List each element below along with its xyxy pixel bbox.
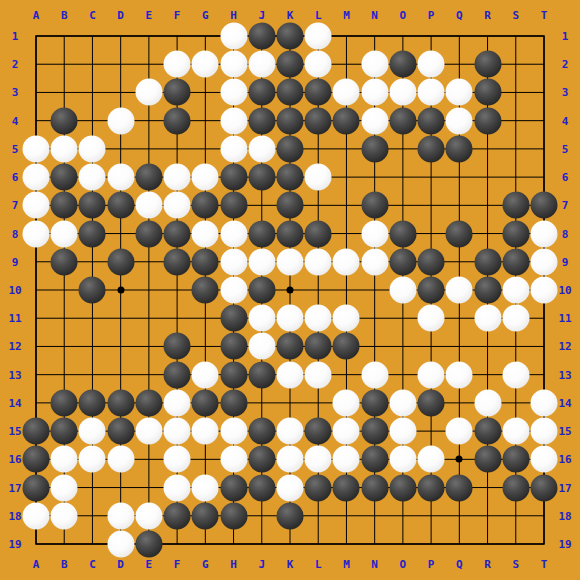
white-stone (277, 305, 304, 332)
row-label-right: 19 (558, 538, 571, 551)
row-label-right: 18 (558, 509, 571, 522)
black-stone (220, 305, 247, 332)
black-stone (164, 361, 191, 388)
white-stone (333, 389, 360, 416)
black-stone (192, 502, 219, 529)
white-stone (220, 277, 247, 304)
black-stone (389, 107, 416, 134)
black-stone (107, 192, 134, 219)
white-stone (531, 248, 558, 275)
black-stone (531, 192, 558, 219)
black-stone (389, 220, 416, 247)
white-stone (277, 474, 304, 501)
column-label-top: J (258, 9, 265, 22)
white-stone (333, 305, 360, 332)
white-stone (446, 418, 473, 445)
black-stone (51, 248, 78, 275)
black-stone (51, 192, 78, 219)
black-stone (474, 107, 501, 134)
black-stone (474, 446, 501, 473)
black-stone (418, 248, 445, 275)
white-stone (418, 51, 445, 78)
white-stone (418, 446, 445, 473)
black-stone (164, 220, 191, 247)
white-stone (51, 220, 78, 247)
white-stone (192, 361, 219, 388)
black-stone (389, 474, 416, 501)
white-stone (389, 389, 416, 416)
black-stone (220, 361, 247, 388)
black-stone (220, 502, 247, 529)
white-stone (277, 248, 304, 275)
black-stone (305, 418, 332, 445)
black-stone (333, 333, 360, 360)
black-stone (502, 192, 529, 219)
white-stone (164, 164, 191, 191)
row-label-left: 15 (8, 425, 21, 438)
black-stone (418, 135, 445, 162)
white-stone (389, 79, 416, 106)
column-label-bottom: K (287, 558, 294, 571)
white-stone (79, 418, 106, 445)
white-stone (220, 79, 247, 106)
white-stone (502, 277, 529, 304)
black-stone (474, 51, 501, 78)
black-stone (361, 446, 388, 473)
star-point (287, 287, 294, 294)
row-label-left: 4 (12, 114, 19, 127)
column-label-top: D (117, 9, 124, 22)
white-stone (418, 79, 445, 106)
row-label-left: 17 (8, 481, 21, 494)
black-stone (248, 79, 275, 106)
row-label-left: 18 (8, 509, 21, 522)
black-stone (79, 277, 106, 304)
row-label-left: 6 (12, 171, 19, 184)
black-stone (305, 474, 332, 501)
column-label-top: E (146, 9, 153, 22)
black-stone (192, 277, 219, 304)
black-stone (277, 220, 304, 247)
white-stone (531, 277, 558, 304)
column-label-top: A (33, 9, 40, 22)
row-label-right: 12 (558, 340, 571, 353)
white-stone (446, 361, 473, 388)
row-label-right: 11 (558, 312, 571, 325)
white-stone (164, 446, 191, 473)
black-stone (361, 192, 388, 219)
column-label-bottom: G (202, 558, 209, 571)
black-stone (107, 389, 134, 416)
white-stone (248, 305, 275, 332)
white-stone (51, 446, 78, 473)
black-stone (277, 51, 304, 78)
row-label-right: 15 (558, 425, 571, 438)
row-label-right: 13 (558, 368, 571, 381)
black-stone (305, 107, 332, 134)
white-stone (79, 446, 106, 473)
black-stone (164, 333, 191, 360)
white-stone (305, 305, 332, 332)
column-label-top: O (400, 9, 407, 22)
white-stone (305, 51, 332, 78)
white-stone (220, 23, 247, 50)
row-label-right: 8 (562, 227, 569, 240)
column-label-bottom: B (61, 558, 68, 571)
column-label-bottom: D (117, 558, 124, 571)
white-stone (192, 51, 219, 78)
white-stone (502, 361, 529, 388)
white-stone (23, 135, 50, 162)
white-stone (361, 248, 388, 275)
white-stone (51, 135, 78, 162)
black-stone (333, 474, 360, 501)
column-label-bottom: S (512, 558, 519, 571)
row-label-right: 10 (558, 284, 571, 297)
white-stone (446, 277, 473, 304)
white-stone (107, 164, 134, 191)
white-stone (164, 192, 191, 219)
row-label-right: 6 (562, 171, 569, 184)
row-label-left: 5 (12, 142, 19, 155)
star-point (117, 287, 124, 294)
column-label-bottom: R (484, 558, 491, 571)
column-label-bottom: A (33, 558, 40, 571)
white-stone (23, 192, 50, 219)
row-label-right: 7 (562, 199, 569, 212)
row-label-left: 2 (12, 58, 19, 71)
white-stone (220, 248, 247, 275)
go-board[interactable]: AABBCCDDEEFFGGHHJJKKLLMMNNOOPPQQRRSSTT11… (0, 0, 580, 580)
white-stone (135, 192, 162, 219)
row-label-left: 14 (8, 396, 21, 409)
column-label-bottom: C (89, 558, 96, 571)
white-stone (23, 164, 50, 191)
row-label-right: 14 (558, 396, 571, 409)
black-stone (51, 107, 78, 134)
black-stone (79, 220, 106, 247)
white-stone (248, 248, 275, 275)
white-stone (23, 220, 50, 247)
column-label-bottom: L (315, 558, 322, 571)
black-stone (220, 192, 247, 219)
black-stone (389, 51, 416, 78)
white-stone (248, 135, 275, 162)
black-stone (277, 79, 304, 106)
row-label-left: 7 (12, 199, 19, 212)
column-label-bottom: Q (456, 558, 463, 571)
white-stone (333, 418, 360, 445)
white-stone (248, 51, 275, 78)
column-label-bottom: N (371, 558, 378, 571)
black-stone (135, 164, 162, 191)
white-stone (135, 418, 162, 445)
column-label-bottom: O (400, 558, 407, 571)
white-stone (107, 502, 134, 529)
column-label-top: R (484, 9, 491, 22)
black-stone (248, 474, 275, 501)
column-label-bottom: P (428, 558, 435, 571)
white-stone (361, 79, 388, 106)
black-stone (305, 79, 332, 106)
white-stone (277, 418, 304, 445)
black-stone (305, 333, 332, 360)
black-stone (277, 333, 304, 360)
column-label-bottom: F (174, 558, 181, 571)
white-stone (277, 361, 304, 388)
black-stone (23, 474, 50, 501)
white-stone (51, 502, 78, 529)
black-stone (51, 389, 78, 416)
white-stone (192, 220, 219, 247)
black-stone (23, 418, 50, 445)
black-stone (79, 192, 106, 219)
black-stone (474, 277, 501, 304)
white-stone (361, 107, 388, 134)
column-label-bottom: H (230, 558, 237, 571)
row-label-right: 1 (562, 30, 569, 43)
black-stone (248, 164, 275, 191)
black-stone (164, 502, 191, 529)
black-stone (305, 220, 332, 247)
row-label-right: 17 (558, 481, 571, 494)
black-stone (248, 446, 275, 473)
white-stone (107, 107, 134, 134)
black-stone (51, 418, 78, 445)
row-label-left: 12 (8, 340, 21, 353)
white-stone (361, 361, 388, 388)
black-stone (135, 220, 162, 247)
white-stone (23, 502, 50, 529)
black-stone (192, 389, 219, 416)
white-stone (305, 446, 332, 473)
column-label-top: T (541, 9, 548, 22)
black-stone (361, 135, 388, 162)
column-label-bottom: M (343, 558, 350, 571)
white-stone (220, 446, 247, 473)
white-stone (531, 446, 558, 473)
white-stone (135, 502, 162, 529)
white-stone (531, 418, 558, 445)
white-stone (389, 418, 416, 445)
white-stone (79, 135, 106, 162)
white-stone (333, 446, 360, 473)
white-stone (305, 248, 332, 275)
white-stone (135, 79, 162, 106)
row-label-right: 2 (562, 58, 569, 71)
black-stone (502, 474, 529, 501)
row-label-right: 16 (558, 453, 571, 466)
black-stone (277, 502, 304, 529)
white-stone (446, 107, 473, 134)
black-stone (502, 220, 529, 247)
black-stone (418, 277, 445, 304)
row-label-right: 9 (562, 255, 569, 268)
black-stone (220, 333, 247, 360)
column-label-top: N (371, 9, 378, 22)
black-stone (220, 164, 247, 191)
white-stone (164, 474, 191, 501)
white-stone (164, 389, 191, 416)
black-stone (361, 418, 388, 445)
white-stone (220, 220, 247, 247)
white-stone (192, 418, 219, 445)
white-stone (389, 277, 416, 304)
white-stone (474, 389, 501, 416)
white-stone (333, 248, 360, 275)
row-label-right: 4 (562, 114, 569, 127)
black-stone (474, 248, 501, 275)
black-stone (107, 248, 134, 275)
black-stone (164, 107, 191, 134)
white-stone (164, 51, 191, 78)
star-point (456, 456, 463, 463)
black-stone (135, 389, 162, 416)
black-stone (277, 107, 304, 134)
white-stone (220, 107, 247, 134)
white-stone (305, 361, 332, 388)
white-stone (79, 164, 106, 191)
row-label-left: 9 (12, 255, 19, 268)
black-stone (277, 164, 304, 191)
black-stone (220, 389, 247, 416)
white-stone (389, 446, 416, 473)
black-stone (135, 531, 162, 558)
black-stone (248, 107, 275, 134)
column-label-top: B (61, 9, 68, 22)
black-stone (192, 192, 219, 219)
white-stone (418, 305, 445, 332)
column-label-top: C (89, 9, 96, 22)
white-stone (305, 23, 332, 50)
black-stone (248, 23, 275, 50)
black-stone (389, 248, 416, 275)
row-label-left: 10 (8, 284, 21, 297)
column-label-bottom: T (541, 558, 548, 571)
black-stone (248, 418, 275, 445)
white-stone (164, 418, 191, 445)
white-stone (192, 474, 219, 501)
row-label-left: 13 (8, 368, 21, 381)
column-label-top: P (428, 9, 435, 22)
white-stone (220, 51, 247, 78)
row-label-left: 1 (12, 30, 19, 43)
column-label-top: S (512, 9, 519, 22)
white-stone (502, 418, 529, 445)
black-stone (502, 248, 529, 275)
black-stone (474, 418, 501, 445)
black-stone (446, 474, 473, 501)
black-stone (107, 418, 134, 445)
row-label-right: 3 (562, 86, 569, 99)
white-stone (220, 135, 247, 162)
row-label-left: 11 (8, 312, 21, 325)
black-stone (192, 248, 219, 275)
column-label-top: Q (456, 9, 463, 22)
white-stone (51, 474, 78, 501)
black-stone (248, 361, 275, 388)
black-stone (502, 446, 529, 473)
black-stone (446, 135, 473, 162)
row-label-left: 16 (8, 453, 21, 466)
black-stone (333, 107, 360, 134)
row-label-left: 19 (8, 538, 21, 551)
black-stone (361, 474, 388, 501)
black-stone (418, 107, 445, 134)
white-stone (531, 220, 558, 247)
white-stone (502, 305, 529, 332)
white-stone (107, 531, 134, 558)
column-label-top: M (343, 9, 350, 22)
black-stone (79, 389, 106, 416)
white-stone (361, 220, 388, 247)
black-stone (248, 220, 275, 247)
black-stone (23, 446, 50, 473)
black-stone (531, 474, 558, 501)
black-stone (446, 220, 473, 247)
black-stone (220, 474, 247, 501)
white-stone (418, 361, 445, 388)
row-label-left: 8 (12, 227, 19, 240)
black-stone (164, 248, 191, 275)
white-stone (531, 389, 558, 416)
white-stone (192, 164, 219, 191)
black-stone (474, 79, 501, 106)
row-label-left: 3 (12, 86, 19, 99)
black-stone (248, 277, 275, 304)
black-stone (277, 23, 304, 50)
column-label-bottom: J (258, 558, 265, 571)
white-stone (305, 164, 332, 191)
white-stone (446, 79, 473, 106)
black-stone (51, 164, 78, 191)
column-label-top: K (287, 9, 294, 22)
column-label-top: L (315, 9, 322, 22)
white-stone (361, 51, 388, 78)
white-stone (474, 305, 501, 332)
row-label-right: 5 (562, 142, 569, 155)
column-label-top: H (230, 9, 237, 22)
black-stone (164, 79, 191, 106)
white-stone (277, 446, 304, 473)
black-stone (361, 389, 388, 416)
column-label-bottom: E (146, 558, 153, 571)
white-stone (248, 333, 275, 360)
column-label-top: F (174, 9, 181, 22)
white-stone (107, 446, 134, 473)
column-label-top: G (202, 9, 209, 22)
white-stone (333, 79, 360, 106)
black-stone (418, 474, 445, 501)
black-stone (277, 135, 304, 162)
white-stone (220, 418, 247, 445)
black-stone (277, 192, 304, 219)
black-stone (418, 389, 445, 416)
